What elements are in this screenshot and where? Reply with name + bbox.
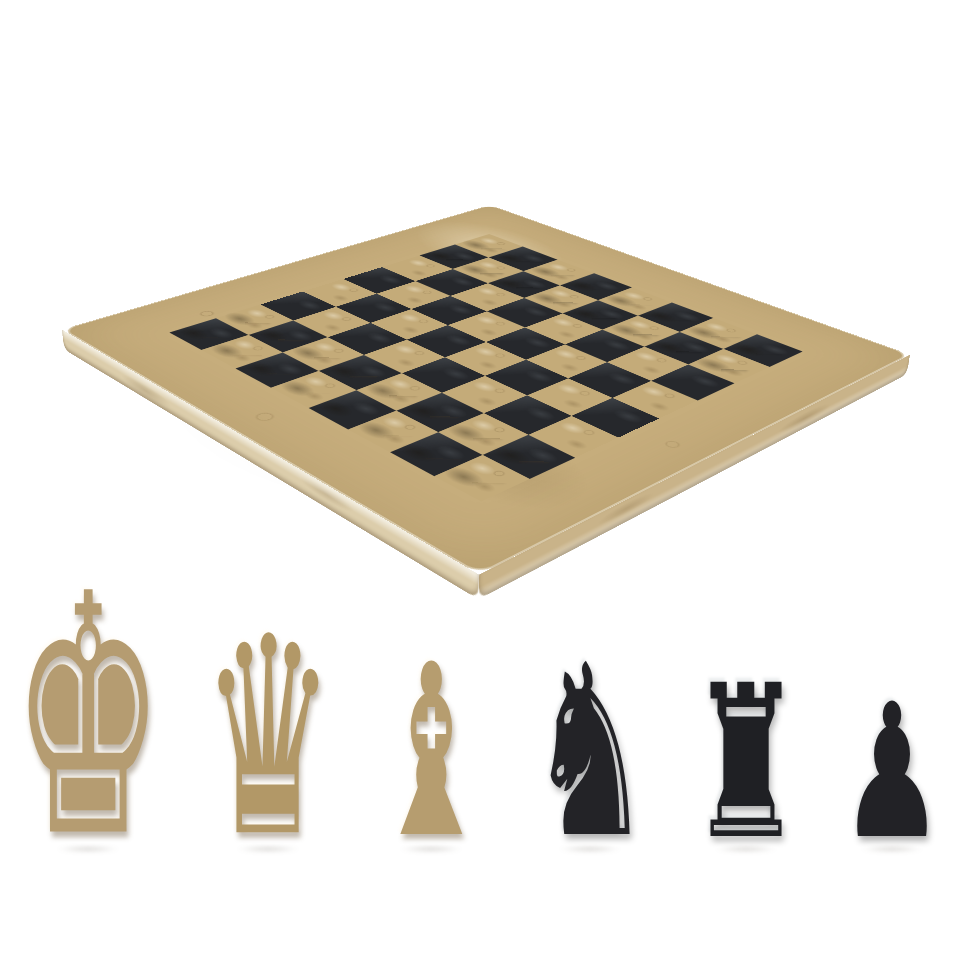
white-bishop-glyph: ♝: [372, 665, 490, 841]
black-knight-glyph: ♞: [528, 665, 652, 841]
white-rook-glyph: ♜: [420, 374, 525, 484]
showcase-white-king: ♚: [12, 715, 164, 854]
square-h1: ♜: [434, 455, 529, 502]
black-rook-glyph: ♜: [689, 684, 802, 841]
showcase-white-bishop: ♝: [372, 743, 490, 854]
white-queen-glyph: ♛: [202, 638, 335, 841]
contact-shadow: [45, 844, 131, 854]
contact-shadow: [225, 844, 311, 854]
product-photo: ♜♞♝♚♛♝♞♜♟♟♟♟♟♟♟♟♟♟♟♟♟♟♟♟♜♞♝♚♛♝♞♜ ♚♛♝♞♜♟: [0, 0, 970, 970]
showcase-white-queen: ♛: [202, 731, 335, 854]
white-king-glyph: ♚: [12, 596, 164, 841]
black-pawn-glyph: ♟: [840, 704, 944, 841]
showcase-black-knight: ♞: [528, 739, 652, 854]
piece-showcase: ♚♛♝♞♜♟: [0, 548, 970, 854]
square-g5: [568, 362, 651, 398]
showcase-black-rook: ♜: [689, 748, 802, 854]
contact-shadow: [547, 844, 633, 854]
contact-shadow: [388, 844, 474, 854]
showcase-black-pawn: ♟: [840, 755, 944, 854]
black-pawn-glyph: ♟: [683, 289, 761, 370]
contact-shadow: [849, 844, 935, 854]
contact-shadow: [703, 844, 789, 854]
